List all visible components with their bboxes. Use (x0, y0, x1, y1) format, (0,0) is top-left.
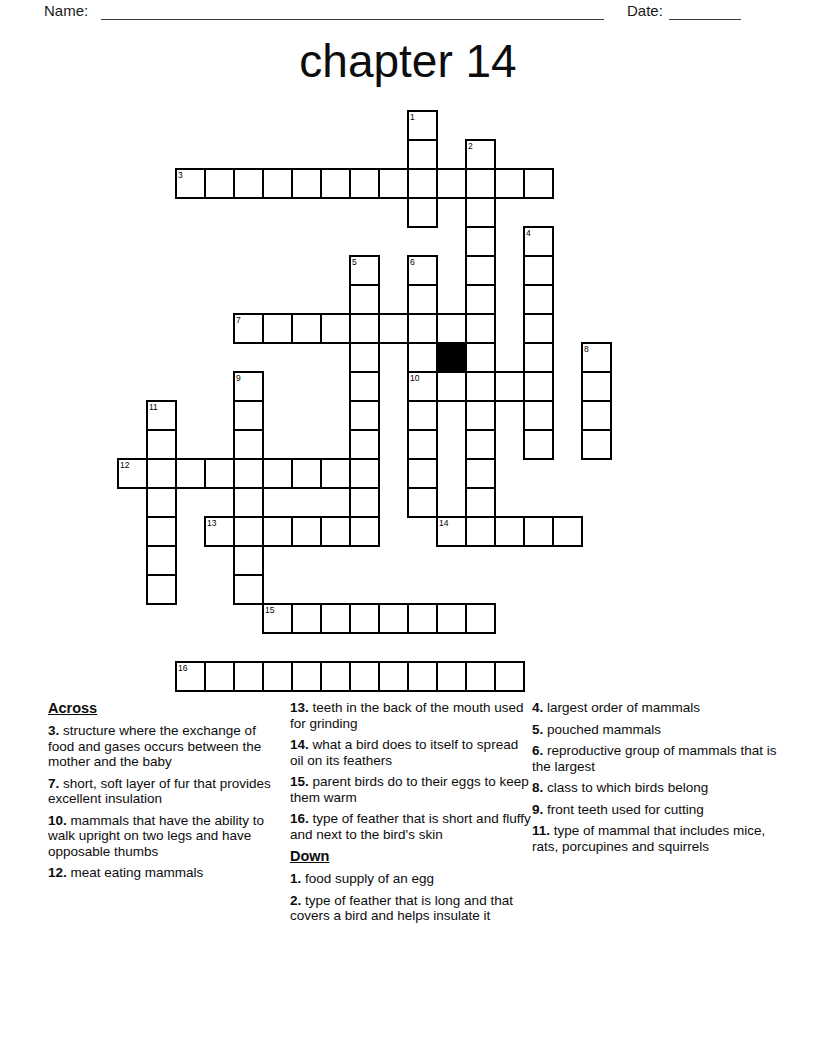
clue-a13: 13. teeth in the back of the mouth used … (290, 700, 533, 731)
blocked-cell (436, 342, 467, 373)
grid-cell[interactable] (291, 168, 322, 199)
grid-cell[interactable] (465, 168, 496, 199)
grid-cell[interactable] (204, 458, 235, 489)
grid-cell[interactable] (465, 371, 496, 402)
grid-cell[interactable] (291, 458, 322, 489)
clue-d1: 1. food supply of an egg (290, 871, 533, 887)
grid-cell[interactable] (407, 400, 438, 431)
grid-cell[interactable] (233, 168, 264, 199)
grid-cell[interactable] (494, 168, 525, 199)
grid-cell[interactable] (349, 516, 380, 547)
grid-cell[interactable] (523, 313, 554, 344)
grid-cell[interactable] (349, 429, 380, 460)
grid-cell[interactable] (349, 284, 380, 315)
grid-cell[interactable] (378, 603, 409, 634)
grid-cell[interactable] (291, 661, 322, 692)
grid-cell[interactable] (436, 371, 467, 402)
grid-cell[interactable] (465, 429, 496, 460)
grid-cell[interactable] (581, 429, 612, 460)
grid-cell[interactable] (523, 429, 554, 460)
clue-number: 1 (410, 112, 415, 122)
grid-cell[interactable] (349, 458, 380, 489)
grid-cell[interactable] (233, 516, 264, 547)
crossword-grid: 12345678910111213141516 (117, 110, 612, 692)
grid-cell[interactable] (233, 429, 264, 460)
grid-cell[interactable]: 4 (523, 226, 554, 257)
grid-cell[interactable] (262, 313, 293, 344)
grid-cell[interactable] (465, 661, 496, 692)
grid-cell[interactable] (465, 487, 496, 518)
grid-cell[interactable]: 8 (581, 342, 612, 373)
grid-cell[interactable] (523, 516, 554, 547)
clue-a12: 12. meat eating mammals (48, 865, 274, 881)
clue-d4: 4. largest order of mammals (532, 700, 782, 716)
grid-cell[interactable] (465, 313, 496, 344)
grid-cell[interactable]: 14 (436, 516, 467, 547)
grid-cell[interactable] (552, 516, 583, 547)
grid-cell[interactable] (320, 603, 351, 634)
grid-cell[interactable] (262, 661, 293, 692)
grid-cell[interactable] (465, 342, 496, 373)
grid-cell[interactable] (233, 661, 264, 692)
grid-cell[interactable] (233, 400, 264, 431)
grid-cell[interactable] (378, 661, 409, 692)
clue-number: 3 (178, 170, 183, 180)
clue-number: 5 (352, 257, 357, 267)
clue-number: 13 (207, 518, 216, 528)
grid-cell[interactable]: 10 (407, 371, 438, 402)
clue-number: 11 (149, 402, 158, 412)
grid-cell[interactable] (436, 603, 467, 634)
grid-cell[interactable] (465, 284, 496, 315)
grid-cell[interactable] (436, 313, 467, 344)
grid-cell[interactable] (465, 255, 496, 286)
grid-cell[interactable]: 11 (146, 400, 177, 431)
grid-cell[interactable] (407, 139, 438, 170)
grid-cell[interactable] (349, 342, 380, 373)
clue-a16: 16. type of feather that is short and fl… (290, 811, 533, 842)
grid-cell[interactable] (494, 661, 525, 692)
clue-d9: 9. front teeth used for cutting (532, 802, 782, 818)
clue-d8: 8. class to which birds belong (532, 780, 782, 796)
grid-cell[interactable]: 13 (204, 516, 235, 547)
across-heading: Across (48, 700, 274, 716)
grid-cell[interactable] (146, 429, 177, 460)
name-fill-line[interactable] (101, 4, 604, 20)
clue-number: 14 (439, 518, 448, 528)
page-title: chapter 14 (0, 34, 816, 88)
grid-cell[interactable] (523, 400, 554, 431)
grid-cell[interactable] (407, 487, 438, 518)
clue-a3: 3. structure where the exchange of food … (48, 723, 274, 770)
grid-cell[interactable] (407, 458, 438, 489)
grid-cell[interactable] (175, 458, 206, 489)
grid-cell[interactable] (233, 545, 264, 576)
grid-cell[interactable] (407, 603, 438, 634)
grid-cell[interactable] (349, 487, 380, 518)
clue-number: 7 (236, 315, 241, 325)
clue-number: 12 (120, 460, 129, 470)
date-fill-line[interactable] (669, 4, 741, 20)
clue-number: 15 (265, 605, 274, 615)
clue-number: 8 (584, 344, 589, 354)
clue-number: 10 (410, 373, 419, 383)
clue-a15: 15. parent birds do to their eggs to kee… (290, 774, 533, 805)
clue-number: 2 (468, 141, 473, 151)
clue-column-3: 4. largest order of mammals5. pouched ma… (532, 700, 782, 860)
grid-cell[interactable]: 9 (233, 371, 264, 402)
clue-number: 9 (236, 373, 241, 383)
grid-cell[interactable] (320, 458, 351, 489)
grid-cell[interactable] (407, 342, 438, 373)
grid-cell[interactable] (378, 168, 409, 199)
grid-cell[interactable] (233, 487, 264, 518)
clue-column-2: 13. teeth in the back of the mouth used … (290, 700, 533, 930)
clue-d2: 2. type of feather that is long and that… (290, 893, 533, 924)
grid-cell[interactable] (233, 458, 264, 489)
grid-cell[interactable] (407, 661, 438, 692)
grid-cell[interactable] (291, 603, 322, 634)
grid-cell[interactable] (465, 226, 496, 257)
grid-cell[interactable] (349, 371, 380, 402)
grid-cell[interactable] (465, 516, 496, 547)
grid-cell[interactable] (465, 603, 496, 634)
grid-cell[interactable] (349, 661, 380, 692)
grid-cell[interactable] (204, 661, 235, 692)
grid-cell[interactable] (233, 574, 264, 605)
grid-cell[interactable] (407, 168, 438, 199)
clue-number: 16 (178, 663, 187, 673)
grid-cell[interactable] (523, 168, 554, 199)
grid-cell[interactable] (407, 429, 438, 460)
clue-d11: 11. type of mammal that includes mice, r… (532, 823, 782, 854)
grid-cell[interactable] (262, 458, 293, 489)
grid-cell[interactable] (146, 487, 177, 518)
clue-a14: 14. what a bird does to itself to spread… (290, 737, 533, 768)
grid-cell[interactable] (523, 284, 554, 315)
grid-cell[interactable]: 1 (407, 110, 438, 141)
grid-cell[interactable] (349, 313, 380, 344)
grid-cell[interactable] (494, 371, 525, 402)
clue-d6: 6. reproductive group of mammals that is… (532, 743, 782, 774)
grid-cell[interactable] (494, 516, 525, 547)
grid-cell[interactable] (262, 168, 293, 199)
grid-cell[interactable] (407, 313, 438, 344)
grid-cell[interactable] (523, 371, 554, 402)
grid-cell[interactable] (320, 661, 351, 692)
grid-cell[interactable] (523, 255, 554, 286)
grid-cell[interactable]: 5 (349, 255, 380, 286)
grid-cell[interactable] (146, 458, 177, 489)
grid-cell[interactable] (204, 168, 235, 199)
date-label: Date: (627, 2, 663, 19)
grid-cell[interactable] (291, 516, 322, 547)
grid-cell[interactable] (465, 197, 496, 228)
clue-number: 6 (410, 257, 415, 267)
grid-cell[interactable]: 16 (175, 661, 206, 692)
down-heading: Down (290, 848, 533, 864)
grid-cell[interactable] (349, 168, 380, 199)
grid-cell[interactable] (436, 661, 467, 692)
clue-a7: 7. short, soft layer of fur that provide… (48, 776, 274, 807)
grid-cell[interactable] (407, 284, 438, 315)
grid-cell[interactable] (146, 574, 177, 605)
grid-cell[interactable]: 12 (117, 458, 148, 489)
grid-cell[interactable] (320, 516, 351, 547)
clue-column-1: Across3. structure where the exchange of… (48, 700, 274, 887)
grid-cell[interactable] (146, 545, 177, 576)
grid-cell[interactable] (146, 516, 177, 547)
grid-cell[interactable] (349, 400, 380, 431)
grid-cell[interactable] (465, 458, 496, 489)
grid-cell[interactable] (465, 400, 496, 431)
grid-cell[interactable]: 3 (175, 168, 206, 199)
grid-cell[interactable] (378, 313, 409, 344)
grid-cell[interactable] (523, 342, 554, 373)
grid-cell[interactable] (320, 168, 351, 199)
grid-cell[interactable]: 2 (465, 139, 496, 170)
grid-cell[interactable] (349, 603, 380, 634)
grid-cell[interactable] (436, 168, 467, 199)
clue-number: 4 (526, 228, 531, 238)
grid-cell[interactable]: 6 (407, 255, 438, 286)
clue-d5: 5. pouched mammals (532, 722, 782, 738)
grid-cell[interactable] (262, 516, 293, 547)
clue-a10: 10. mammals that have the ability to wal… (48, 813, 274, 860)
grid-cell[interactable] (320, 313, 351, 344)
grid-cell[interactable] (581, 400, 612, 431)
grid-cell[interactable]: 7 (233, 313, 264, 344)
grid-cell[interactable] (581, 371, 612, 402)
name-label: Name: (44, 2, 88, 19)
grid-cell[interactable]: 15 (262, 603, 293, 634)
grid-cell[interactable] (291, 313, 322, 344)
grid-cell[interactable] (407, 197, 438, 228)
